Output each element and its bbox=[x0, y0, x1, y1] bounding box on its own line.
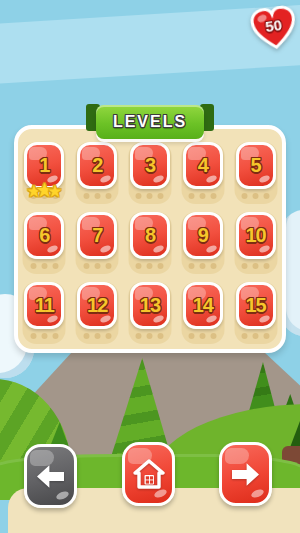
level-cell-15: 15 bbox=[229, 282, 282, 352]
level-cell-3: 3 bbox=[124, 142, 177, 212]
home-icon bbox=[133, 459, 165, 489]
slot-dots bbox=[128, 193, 171, 199]
level-cell-12: 12 bbox=[71, 282, 124, 352]
level-number: 6 bbox=[27, 215, 61, 255]
level-cell-4: 4 bbox=[176, 142, 229, 212]
home-button[interactable] bbox=[122, 442, 175, 506]
slot-dots bbox=[23, 333, 66, 339]
levels-banner: LEVELS bbox=[86, 102, 214, 144]
level-number: 13 bbox=[133, 285, 167, 325]
level-cell-14: 14 bbox=[176, 282, 229, 352]
levels-panel: 1 ★★★ 2 3 4 5 6 bbox=[14, 125, 286, 353]
slot-dots bbox=[76, 263, 119, 269]
level-cell-2: 2 bbox=[71, 142, 124, 212]
level-7-button[interactable]: 7 bbox=[77, 212, 117, 259]
level-15-button[interactable]: 15 bbox=[236, 282, 276, 329]
level-cell-10: 10 bbox=[229, 212, 282, 282]
levels-grid: 1 ★★★ 2 3 4 5 6 bbox=[18, 129, 282, 352]
arrow-right-icon bbox=[232, 463, 259, 486]
slot-dots bbox=[128, 263, 171, 269]
slot-dots bbox=[181, 333, 224, 339]
back-button[interactable] bbox=[24, 444, 77, 508]
level-number: 15 bbox=[239, 285, 273, 325]
level-11-button[interactable]: 11 bbox=[24, 282, 64, 329]
level-cell-5: 5 bbox=[229, 142, 282, 212]
level-cell-9: 9 bbox=[176, 212, 229, 282]
slot-dots bbox=[234, 263, 277, 269]
level-number: 12 bbox=[80, 285, 114, 325]
level-6-button[interactable]: 6 bbox=[24, 212, 64, 259]
level-number: 2 bbox=[80, 145, 114, 185]
banner-plate: LEVELS bbox=[96, 105, 204, 139]
level-cell-1: 1 ★★★ bbox=[18, 142, 71, 212]
level-number: 7 bbox=[80, 215, 114, 255]
level-4-button[interactable]: 4 bbox=[183, 142, 223, 189]
level-number: 9 bbox=[186, 215, 220, 255]
next-button[interactable] bbox=[219, 442, 272, 506]
level-5-button[interactable]: 5 bbox=[236, 142, 276, 189]
level-number: 14 bbox=[186, 285, 220, 325]
slot-dots bbox=[23, 263, 66, 269]
level-8-button[interactable]: 8 bbox=[130, 212, 170, 259]
level-2-button[interactable]: 2 bbox=[77, 142, 117, 189]
level-14-button[interactable]: 14 bbox=[183, 282, 223, 329]
arrow-left-icon bbox=[37, 465, 64, 488]
star-icon: ★ bbox=[47, 182, 62, 201]
level-number: 11 bbox=[27, 285, 61, 325]
level-number: 10 bbox=[239, 215, 273, 255]
level-10-button[interactable]: 10 bbox=[236, 212, 276, 259]
level-cell-8: 8 bbox=[124, 212, 177, 282]
level-3-button[interactable]: 3 bbox=[130, 142, 170, 189]
slot-dots bbox=[234, 333, 277, 339]
page-title: LEVELS bbox=[113, 113, 187, 131]
level-number: 8 bbox=[133, 215, 167, 255]
level-12-button[interactable]: 12 bbox=[77, 282, 117, 329]
level-9-button[interactable]: 9 bbox=[183, 212, 223, 259]
level-cell-6: 6 bbox=[18, 212, 71, 282]
slot-dots bbox=[76, 193, 119, 199]
level-number: 5 bbox=[239, 145, 273, 185]
level-cell-7: 7 bbox=[71, 212, 124, 282]
level-number: 4 bbox=[186, 145, 220, 185]
slot-dots bbox=[181, 193, 224, 199]
slot-dots bbox=[128, 333, 171, 339]
level-cell-13: 13 bbox=[124, 282, 177, 352]
level-1-stars: ★★★ bbox=[29, 178, 59, 202]
slot-dots bbox=[181, 263, 224, 269]
level-cell-11: 11 bbox=[18, 282, 71, 352]
lives-badge: 50 bbox=[248, 4, 300, 54]
slot-dots bbox=[76, 333, 119, 339]
level-select-screen: 50 1 ★★★ 2 3 4 5 bbox=[0, 0, 300, 533]
level-13-button[interactable]: 13 bbox=[130, 282, 170, 329]
level-number: 3 bbox=[133, 145, 167, 185]
slot-dots bbox=[234, 193, 277, 199]
